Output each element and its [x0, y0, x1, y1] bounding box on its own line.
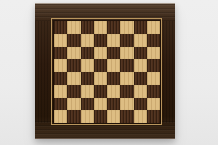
square-g5[interactable] — [134, 59, 147, 72]
square-e1[interactable] — [107, 110, 120, 123]
square-e6[interactable] — [107, 47, 120, 60]
square-a6[interactable] — [54, 47, 67, 60]
square-d3[interactable] — [94, 85, 107, 98]
square-g7[interactable] — [134, 34, 147, 47]
square-b8[interactable] — [67, 21, 80, 34]
square-d5[interactable] — [94, 59, 107, 72]
square-d7[interactable] — [94, 34, 107, 47]
square-c6[interactable] — [81, 47, 94, 60]
square-d4[interactable] — [94, 72, 107, 85]
square-d8[interactable] — [94, 21, 107, 34]
square-c4[interactable] — [81, 72, 94, 85]
board-frame-right-rail — [160, 21, 175, 123]
square-b2[interactable] — [67, 98, 80, 111]
square-d1[interactable] — [94, 110, 107, 123]
square-e4[interactable] — [107, 72, 120, 85]
square-g8[interactable] — [134, 21, 147, 34]
square-f7[interactable] — [120, 34, 133, 47]
square-g3[interactable] — [134, 85, 147, 98]
square-c7[interactable] — [81, 34, 94, 47]
square-b3[interactable] — [67, 85, 80, 98]
square-b6[interactable] — [67, 47, 80, 60]
square-e8[interactable] — [107, 21, 120, 34]
square-b4[interactable] — [67, 72, 80, 85]
square-c1[interactable] — [81, 110, 94, 123]
playing-field — [54, 21, 160, 123]
square-a5[interactable] — [54, 59, 67, 72]
chess-board — [35, 3, 175, 139]
square-f6[interactable] — [120, 47, 133, 60]
square-f4[interactable] — [120, 72, 133, 85]
square-e5[interactable] — [107, 59, 120, 72]
square-h1[interactable] — [147, 110, 160, 123]
square-d2[interactable] — [94, 98, 107, 111]
square-g1[interactable] — [134, 110, 147, 123]
square-c5[interactable] — [81, 59, 94, 72]
square-f3[interactable] — [120, 85, 133, 98]
square-f5[interactable] — [120, 59, 133, 72]
square-h8[interactable] — [147, 21, 160, 34]
square-g4[interactable] — [134, 72, 147, 85]
square-e3[interactable] — [107, 85, 120, 98]
square-h3[interactable] — [147, 85, 160, 98]
square-g6[interactable] — [134, 47, 147, 60]
square-f2[interactable] — [120, 98, 133, 111]
square-a7[interactable] — [54, 34, 67, 47]
square-e2[interactable] — [107, 98, 120, 111]
product-photo-background — [0, 0, 218, 145]
square-e7[interactable] — [107, 34, 120, 47]
square-f8[interactable] — [120, 21, 133, 34]
square-b1[interactable] — [67, 110, 80, 123]
square-a4[interactable] — [54, 72, 67, 85]
square-c2[interactable] — [81, 98, 94, 111]
square-h6[interactable] — [147, 47, 160, 60]
square-d6[interactable] — [94, 47, 107, 60]
square-a3[interactable] — [54, 85, 67, 98]
square-g2[interactable] — [134, 98, 147, 111]
square-a1[interactable] — [54, 110, 67, 123]
square-b7[interactable] — [67, 34, 80, 47]
square-c3[interactable] — [81, 85, 94, 98]
square-h7[interactable] — [147, 34, 160, 47]
square-h5[interactable] — [147, 59, 160, 72]
square-h4[interactable] — [147, 72, 160, 85]
square-a8[interactable] — [54, 21, 67, 34]
square-c8[interactable] — [81, 21, 94, 34]
square-h2[interactable] — [147, 98, 160, 111]
square-a2[interactable] — [54, 98, 67, 111]
square-f1[interactable] — [120, 110, 133, 123]
square-b5[interactable] — [67, 59, 80, 72]
